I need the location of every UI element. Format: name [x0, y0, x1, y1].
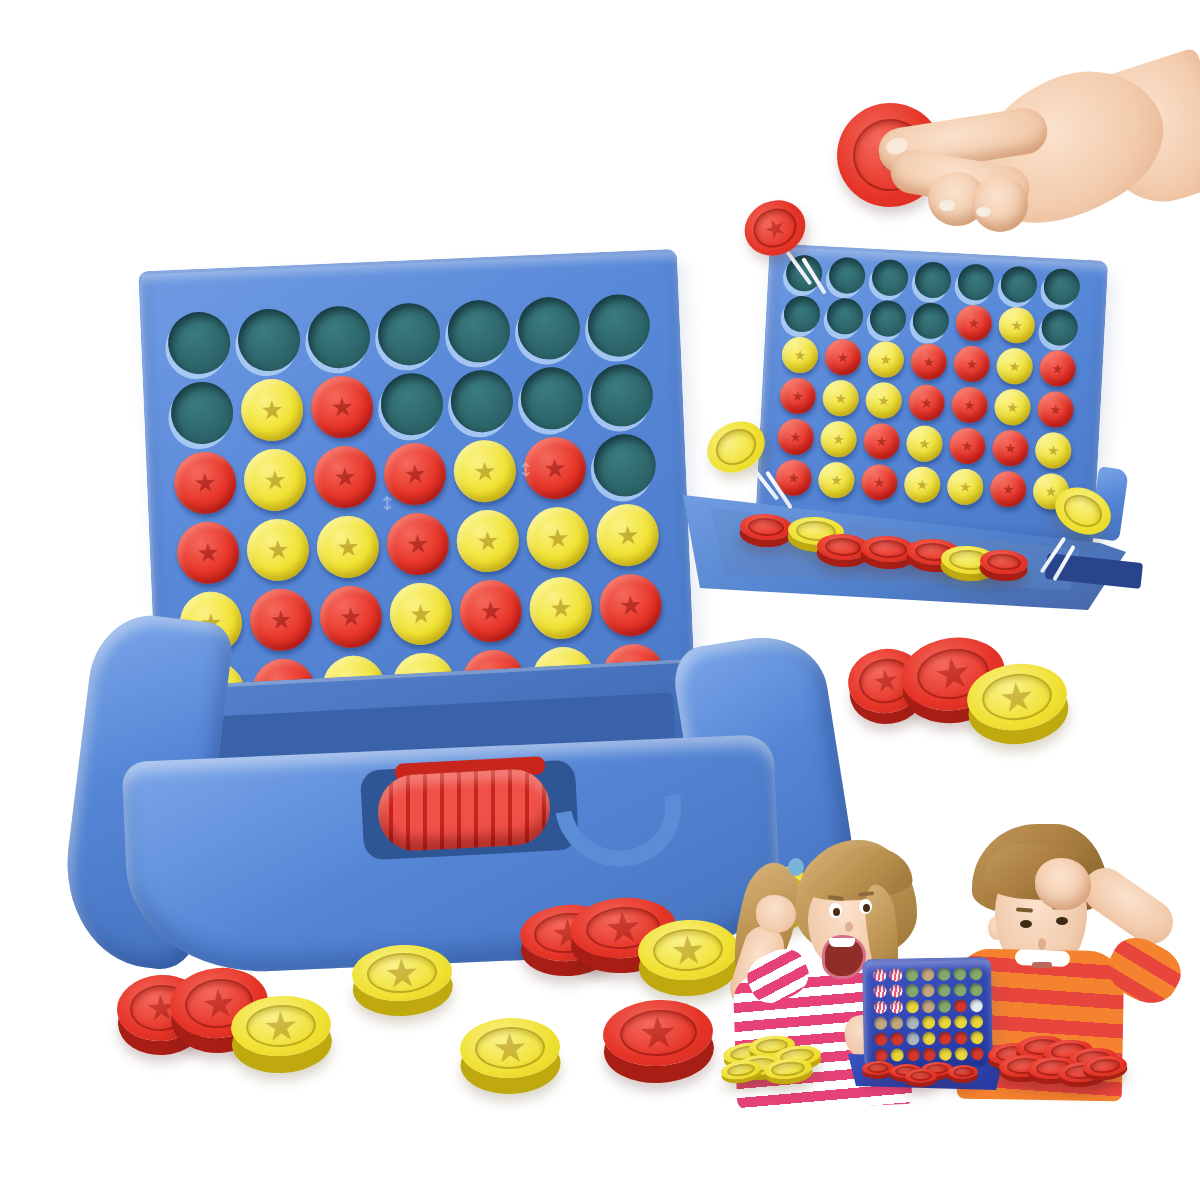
main-board-cell-r4c5	[456, 509, 521, 574]
main-board-cell-r2c3	[310, 375, 375, 440]
background-board-cell-r5c1	[777, 418, 815, 456]
background-board-cell-r3c7	[1039, 350, 1077, 388]
girl-teeth	[829, 938, 855, 947]
background-board-cell-r5c3	[863, 423, 901, 461]
mini-tray-disc-5	[905, 1068, 937, 1083]
mini-board-cell-r5c7	[970, 1031, 983, 1044]
main-board-cell-r4c6	[525, 506, 590, 571]
main-board-cell-r1c1	[167, 311, 232, 376]
mini-board-cell-r6c3	[907, 1048, 920, 1061]
mini-board-cell-r1c5	[937, 968, 950, 981]
background-board-cell-r4c3	[865, 382, 903, 420]
background-board-cell-r6c2	[818, 461, 856, 499]
mini-board-cell-r5c5	[938, 1032, 951, 1045]
main-board-grid	[167, 293, 666, 725]
main-board-cell-r5c2	[249, 588, 314, 653]
hand-nail-1	[939, 200, 955, 211]
main-board-cell-r5c5	[458, 579, 523, 644]
mini-board-cell-r6c4	[923, 1048, 936, 1061]
main-board-cell-r5c6	[528, 576, 593, 641]
mini-board-cell-r1c6	[953, 967, 966, 980]
background-board-cell-r1c5	[957, 263, 995, 301]
molded-arrow-icon: ↕	[379, 492, 396, 515]
mini-board-cell-r3c5	[938, 1000, 951, 1013]
background-board-cell-r6c4	[903, 466, 941, 504]
main-board-cell-r4c3	[316, 515, 381, 580]
mini-board-cell-r2c5	[937, 984, 950, 997]
boy-nose	[1038, 938, 1046, 950]
girl-hair-tie	[788, 858, 804, 876]
mini-board-grid	[873, 967, 984, 1062]
mini-board-cell-r1c4	[921, 968, 934, 981]
mini-board-cell-r4c4	[922, 1016, 935, 1029]
background-board-cell-r1c4	[914, 261, 952, 299]
background-board-cell-r2c4	[912, 302, 950, 340]
mini-board-cell-r4c2	[890, 1016, 903, 1029]
molded-arrow-icon: ↕	[517, 458, 534, 481]
main-board-cell-r1c6	[517, 296, 582, 361]
background-board-cell-r4c6	[994, 388, 1032, 426]
product-photo-scene: ↕↕	[0, 0, 1200, 1200]
background-board-cell-r3c2	[824, 338, 862, 376]
background-board-cell-r5c4	[906, 425, 944, 463]
background-board-cell-r6c3	[860, 463, 898, 501]
mini-tray-disc-4	[948, 1064, 978, 1079]
main-board-cell-r1c2	[237, 308, 302, 373]
mini-board-cell-r1c1	[873, 969, 886, 982]
mini-board-cell-r4c3	[906, 1016, 919, 1029]
mini-board-cell-r2c2	[889, 984, 902, 997]
main-board-cell-r2c7	[590, 363, 655, 428]
mini-board-cell-r3c7	[970, 999, 983, 1012]
main-board-cell-r5c4	[389, 582, 454, 647]
background-board-cell-r3c3	[867, 341, 905, 379]
mini-board-cell-r3c3	[906, 1000, 919, 1013]
background-board-cell-r3c1	[781, 336, 819, 374]
boy-fist-on-forehead	[1035, 858, 1091, 910]
main-board-cell-r3c1	[173, 451, 238, 516]
main-board-cell-r4c7	[595, 503, 660, 568]
mini-board-cell-r2c6	[953, 983, 966, 996]
mini-board-cell-r5c4	[922, 1032, 935, 1045]
loose-disc-yellow-13	[964, 659, 1070, 735]
background-board-cell-r2c1	[783, 295, 821, 333]
background-board-cell-r3c5	[953, 345, 991, 383]
girl-fist	[756, 895, 796, 933]
background-board-cell-r2c7	[1041, 309, 1079, 347]
background-board-cell-r1c6	[1000, 266, 1038, 304]
mini-board-cell-r5c6	[954, 1031, 967, 1044]
boy-eye-right	[1056, 917, 1068, 925]
main-board-cell-r2c1	[170, 381, 235, 446]
mini-board-cell-r6c6	[955, 1047, 968, 1060]
main-board-cell-r4c1	[176, 521, 241, 586]
mini-board-cell-r1c3	[905, 968, 918, 981]
loose-disc-yellow-3	[229, 993, 332, 1058]
main-board-cell-r3c3	[313, 445, 378, 510]
mini-board-cell-r4c1	[874, 1017, 887, 1030]
main-board-cell-r5c7	[598, 573, 663, 638]
mini-board-cell-r4c6	[954, 1015, 967, 1028]
background-board-cell-r4c4	[908, 384, 946, 422]
boy-mouth	[1032, 962, 1052, 968]
mini-board-cell-r5c3	[906, 1032, 919, 1045]
main-board-cell-r2c2	[240, 378, 305, 443]
mini-board-cell-r5c1	[874, 1033, 887, 1046]
mini-board-cell-r4c5	[938, 1016, 951, 1029]
main-board-cell-r2c5	[450, 369, 515, 434]
background-board-cell-r1c2	[828, 257, 866, 295]
mini-board-cell-r4c7	[970, 1015, 983, 1028]
main-board-cell-r4c2	[246, 518, 311, 583]
hand-nail-2	[976, 207, 991, 217]
mini-board-cell-r5c2	[890, 1032, 903, 1045]
main-board-cell-r1c7	[587, 293, 652, 358]
mini-board-cell-r3c2	[890, 1000, 903, 1013]
mini-board-cell-r1c7	[969, 967, 982, 980]
background-board-cell-r5c6	[991, 429, 1029, 467]
hand-curled-finger-2	[972, 176, 1028, 232]
girl-pupil-right	[863, 904, 870, 912]
main-board-cell-r4c4	[386, 512, 451, 577]
background-board-grid	[775, 254, 1081, 510]
mini-board-cell-r1c2	[889, 968, 902, 981]
background-board-cell-r2c2	[826, 297, 864, 335]
main-board-cell-r2c6	[520, 366, 585, 431]
mini-board-panel	[862, 957, 993, 1069]
main-board-cell-r1c5	[447, 299, 512, 364]
loose-disc-yellow-8	[636, 917, 739, 982]
mini-board-cell-r2c3	[905, 984, 918, 997]
background-board-cell-r2c6	[998, 306, 1036, 344]
background-board-cell-r1c3	[871, 259, 909, 297]
main-board-cell-r3c2	[243, 448, 308, 513]
background-board-cell-r3c6	[996, 347, 1034, 385]
background-board-cell-r1c7	[1043, 268, 1081, 306]
background-board-cell-r5c5	[948, 427, 986, 465]
background-board-cell-r5c2	[820, 420, 858, 458]
tray-disc-red-7	[979, 548, 1029, 575]
mini-board-cell-r3c1	[874, 1001, 887, 1014]
background-board-cell-r6c6	[989, 470, 1027, 508]
girl-pupil-left	[833, 908, 840, 916]
background-board-cell-r4c7	[1037, 391, 1075, 429]
mini-board-cell-r2c7	[969, 983, 982, 996]
main-board-cell-r1c4	[377, 302, 442, 367]
mini-board-cell-r3c4	[922, 1000, 935, 1013]
mini-board-cell-r2c4	[921, 984, 934, 997]
background-board-cell-r4c1	[779, 377, 817, 415]
background-board-cell-r5c7	[1034, 432, 1072, 470]
pile-disc-red-14	[1082, 1054, 1128, 1078]
main-board-cell-r3c5	[453, 439, 518, 504]
loose-disc-yellow-5	[459, 1016, 561, 1079]
mini-board-cell-r6c7	[971, 1047, 984, 1060]
main-board-cell-r3c7	[592, 433, 657, 498]
loose-disc-yellow-4	[351, 942, 454, 1003]
mini-board-cell-r3c6	[954, 999, 967, 1012]
mini-board-cell-r2c1	[874, 985, 887, 998]
main-board-cell-r2c4	[380, 372, 445, 437]
girl-nose	[845, 922, 853, 932]
loose-disc-red-9	[601, 997, 714, 1069]
background-board-cell-r2c5	[955, 304, 993, 342]
background-board-cell-r4c5	[951, 386, 989, 424]
background-board-cell-r6c5	[946, 468, 984, 506]
background-board-cell-r4c2	[822, 379, 860, 417]
tray-disc-red-1	[739, 513, 792, 542]
background-board-cell-r2c3	[869, 300, 907, 338]
disc-release-roller	[376, 768, 552, 853]
main-board-cell-r5c3	[319, 585, 384, 650]
background-board-cell-r3c4	[910, 343, 948, 381]
mini-board-cell-r6c5	[939, 1048, 952, 1061]
main-board-cell-r1c3	[307, 305, 372, 370]
boy-eye-left	[1020, 920, 1032, 928]
